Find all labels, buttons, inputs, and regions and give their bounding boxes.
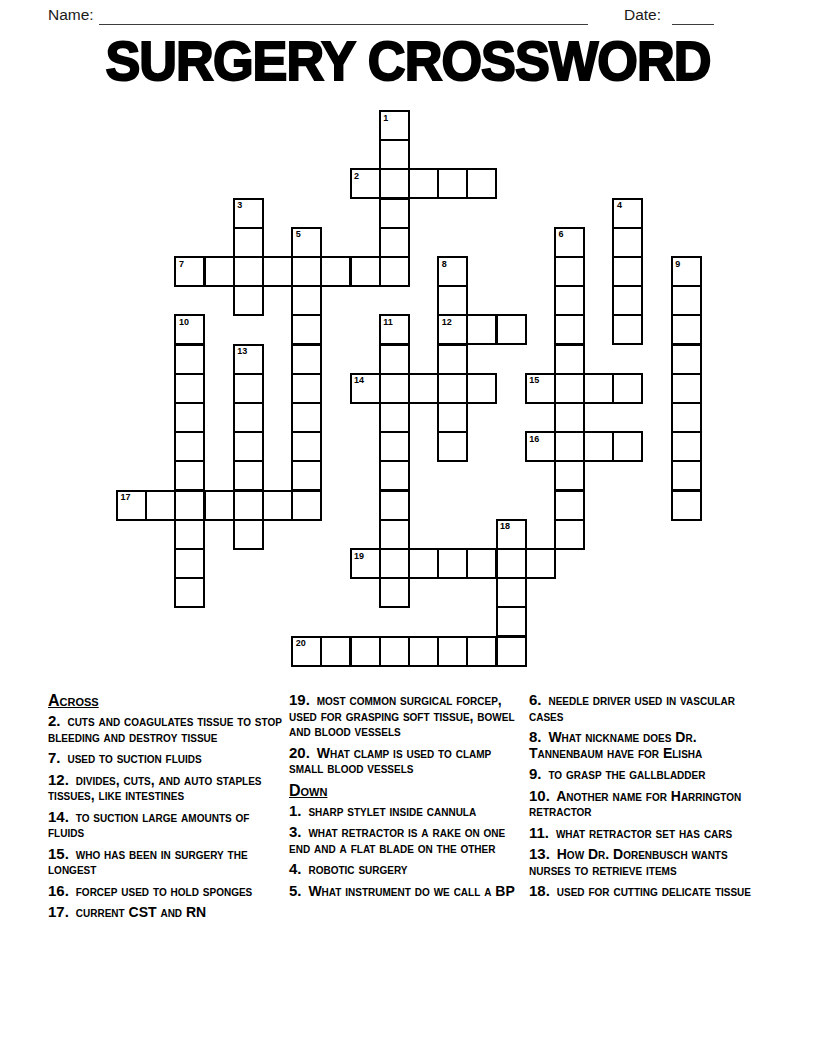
grid-cell-r11c6[interactable]: [291, 431, 322, 462]
clue-column-1: Across2. cuts and coagulates tissue to s…: [48, 692, 286, 926]
grid-cell-r9c4[interactable]: [233, 373, 264, 404]
grid-cell-r15c8[interactable]: 19: [350, 548, 381, 579]
cell-number: 5: [296, 229, 301, 239]
grid-cell-r18c10[interactable]: [408, 636, 439, 667]
date-label: Date:: [624, 6, 661, 24]
grid-cell-r16c13[interactable]: [496, 577, 527, 608]
grid-cell-r8c19[interactable]: [671, 344, 702, 375]
grid-cell-r12c15[interactable]: [554, 460, 585, 491]
grid-cell-r9c6[interactable]: [291, 373, 322, 404]
cell-number: 3: [237, 200, 242, 210]
grid-cell-r13c19[interactable]: [671, 490, 702, 521]
cell-number: 13: [237, 346, 247, 356]
grid-cell-r14c13[interactable]: 18: [496, 519, 527, 550]
grid-cell-r15c10[interactable]: [408, 548, 439, 579]
grid-cell-r18c7[interactable]: [320, 636, 351, 667]
clue-column-3: 6. needle driver used in vascular cases8…: [529, 692, 767, 905]
grid-cell-r2c12[interactable]: [466, 168, 497, 199]
name-input-line[interactable]: [99, 9, 588, 25]
cell-number: 7: [179, 259, 184, 269]
clue-15: 15. who has been in surgery the longest: [48, 846, 286, 878]
grid-cell-r15c13[interactable]: [496, 548, 527, 579]
clue-text: current CST and RN: [72, 904, 206, 920]
grid-cell-r8c6[interactable]: [291, 344, 322, 375]
grid-cell-r7c19[interactable]: [671, 314, 702, 345]
clue-text: What nickname does Dr. Tannenbaum have f…: [529, 729, 702, 761]
clue-number: 1.: [289, 802, 302, 819]
page-title: SURGERY CROSSWORD: [20, 30, 795, 92]
grid-cell-r6c19[interactable]: [671, 285, 702, 316]
grid-cell-r10c4[interactable]: [233, 402, 264, 433]
cell-number: 10: [179, 317, 189, 327]
cell-number: 20: [296, 638, 306, 648]
grid-cell-r4c6[interactable]: 5: [291, 227, 322, 258]
grid-cell-r16c2[interactable]: [174, 577, 205, 608]
grid-cell-r11c19[interactable]: [671, 431, 702, 462]
grid-cell-r13c9[interactable]: [379, 490, 410, 521]
cell-number: 4: [617, 200, 622, 210]
grid-cell-r11c4[interactable]: [233, 431, 264, 462]
grid-cell-r2c8[interactable]: 2: [350, 168, 381, 199]
grid-cell-r13c3[interactable]: [204, 490, 235, 521]
clue-9: 9. to grasp the gallbladder: [529, 766, 767, 783]
grid-cell-r13c4[interactable]: [233, 490, 264, 521]
grid-cell-r10c19[interactable]: [671, 402, 702, 433]
grid-cell-r8c9[interactable]: [379, 344, 410, 375]
grid-cell-r4c17[interactable]: [612, 227, 643, 258]
grid-cell-r18c8[interactable]: [350, 636, 381, 667]
clue-number: 2.: [48, 712, 61, 729]
grid-cell-r5c9[interactable]: [379, 256, 410, 287]
grid-cell-r5c2[interactable]: 7: [174, 256, 205, 287]
clue-text: most common surgical forcep, used for gr…: [289, 692, 515, 739]
grid-cell-r7c11[interactable]: 12: [437, 314, 468, 345]
clue-10: 10. Another name for Harrington retracto…: [529, 788, 767, 820]
grid-cell-r7c2[interactable]: 10: [174, 314, 205, 345]
grid-cell-r8c4[interactable]: 13: [233, 344, 264, 375]
clue-7: 7. used to suction fluids: [48, 750, 286, 767]
clue-number: 12.: [48, 771, 69, 788]
grid-cell-r5c15[interactable]: [554, 256, 585, 287]
grid-cell-r14c2[interactable]: [174, 519, 205, 550]
clue-text: What clamp is used to clamp small blood …: [289, 745, 491, 777]
grid-cell-r13c5[interactable]: [262, 490, 293, 521]
grid-cell-r9c19[interactable]: [671, 373, 702, 404]
grid-cell-r8c11[interactable]: [437, 344, 468, 375]
grid-cell-r18c9[interactable]: [379, 636, 410, 667]
cell-number: 1: [383, 113, 388, 123]
grid-cell-r15c12[interactable]: [466, 548, 497, 579]
grid-cell-r11c17[interactable]: [612, 431, 643, 462]
grid-cell-r8c2[interactable]: [174, 344, 205, 375]
grid-cell-r18c12[interactable]: [466, 636, 497, 667]
clue-text: sharp stylet inside cannula: [305, 803, 477, 819]
clue-text: cuts and coagulates tissue to stop bleed…: [48, 713, 282, 745]
grid-cell-r8c15[interactable]: [554, 344, 585, 375]
clue-number: 9.: [529, 765, 542, 782]
clue-number: 19.: [289, 691, 310, 708]
grid-cell-r11c15[interactable]: [554, 431, 585, 462]
clue-number: 17.: [48, 903, 69, 920]
grid-cell-r10c11[interactable]: [437, 402, 468, 433]
grid-cell-r9c16[interactable]: [583, 373, 614, 404]
grid-cell-r0c9[interactable]: 1: [379, 110, 410, 141]
clue-text: what retractor is a rake on one end and …: [289, 824, 505, 856]
cell-number: 6: [559, 229, 564, 239]
grid-cell-r13c6[interactable]: [291, 490, 322, 521]
grid-cell-r10c9[interactable]: [379, 402, 410, 433]
grid-cell-r18c6[interactable]: 20: [291, 636, 322, 667]
clue-1: 1. sharp stylet inside cannula: [289, 803, 527, 820]
grid-cell-r6c6[interactable]: [291, 285, 322, 316]
grid-cell-r7c15[interactable]: [554, 314, 585, 345]
clue-number: 16.: [48, 882, 69, 899]
cell-number: 8: [442, 259, 447, 269]
clue-number: 5.: [289, 882, 302, 899]
cell-number: 19: [354, 551, 364, 561]
crossword-grid: 1234567891011121314151617181920: [116, 110, 704, 669]
grid-cell-r15c14[interactable]: [525, 548, 556, 579]
clue-3: 3. what retractor is a rake on one end a…: [289, 824, 527, 856]
clue-number: 20.: [289, 744, 310, 761]
clue-column-2: 19. most common surgical forcep, used fo…: [289, 692, 527, 904]
grid-cell-r4c9[interactable]: [379, 227, 410, 258]
grid-cell-r14c9[interactable]: [379, 519, 410, 550]
clue-number: 14.: [48, 808, 69, 825]
grid-cell-r2c10[interactable]: [408, 168, 439, 199]
clue-text: needle driver used in vascular cases: [529, 692, 735, 724]
grid-cell-r11c2[interactable]: [174, 431, 205, 462]
grid-cell-r6c17[interactable]: [612, 285, 643, 316]
grid-cell-r15c9[interactable]: [379, 548, 410, 579]
cell-number: 12: [442, 317, 452, 327]
clue-6: 6. needle driver used in vascular cases: [529, 692, 767, 724]
grid-cell-r15c2[interactable]: [174, 548, 205, 579]
grid-cell-r9c14[interactable]: 15: [525, 373, 556, 404]
cell-number: 15: [529, 375, 539, 385]
grid-cell-r18c13[interactable]: [496, 636, 527, 667]
cell-number: 18: [500, 521, 510, 531]
grid-cell-r14c4[interactable]: [233, 519, 264, 550]
grid-cell-r17c13[interactable]: [496, 606, 527, 637]
down-header: Down: [289, 782, 527, 799]
clue-8: 8. What nickname does Dr. Tannenbaum hav…: [529, 729, 767, 761]
grid-cell-r9c12[interactable]: [466, 373, 497, 404]
grid-cell-r12c2[interactable]: [174, 460, 205, 491]
grid-cell-r13c1[interactable]: [145, 490, 176, 521]
cell-number: 14: [354, 375, 364, 385]
grid-cell-r9c11[interactable]: [437, 373, 468, 404]
clue-text: who has been in surgery the longest: [48, 846, 248, 878]
grid-cell-r12c4[interactable]: [233, 460, 264, 491]
grid-cell-r12c9[interactable]: [379, 460, 410, 491]
grid-cell-r5c17[interactable]: [612, 256, 643, 287]
clue-4: 4. robotic surgery: [289, 861, 527, 878]
grid-cell-r9c8[interactable]: 14: [350, 373, 381, 404]
grid-cell-r6c11[interactable]: [437, 285, 468, 316]
grid-cell-r5c19[interactable]: 9: [671, 256, 702, 287]
grid-cell-r2c11[interactable]: [437, 168, 468, 199]
grid-cell-r4c15[interactable]: 6: [554, 227, 585, 258]
clue-text: divides, cuts, and auto staples tissues,…: [48, 772, 262, 804]
grid-cell-r10c6[interactable]: [291, 402, 322, 433]
clue-text: used to suction fluids: [64, 750, 202, 766]
clue-number: 13.: [529, 845, 550, 862]
grid-cell-r15c11[interactable]: [437, 548, 468, 579]
clue-text: robotic surgery: [305, 861, 408, 877]
grid-cell-r5c4[interactable]: [233, 256, 264, 287]
clue-number: 10.: [529, 787, 550, 804]
grid-cell-r16c9[interactable]: [379, 577, 410, 608]
cell-number: 16: [529, 434, 539, 444]
clue-13: 13. How Dr. Dorenbusch wants nurses to r…: [529, 846, 767, 878]
grid-cell-r13c0[interactable]: 17: [116, 490, 147, 521]
clue-number: 8.: [529, 728, 542, 745]
grid-cell-r5c5[interactable]: [262, 256, 293, 287]
cell-number: 11: [383, 317, 393, 327]
clue-5: 5. What instrument do we call a BP: [289, 883, 527, 900]
clue-text: to suction large amounts of fluids: [48, 809, 249, 841]
grid-cell-r10c15[interactable]: [554, 402, 585, 433]
clue-text: How Dr. Dorenbusch wants nurses to retri…: [529, 846, 728, 878]
grid-cell-r13c15[interactable]: [554, 490, 585, 521]
grid-cell-r3c17[interactable]: 4: [612, 198, 643, 229]
grid-cell-r9c17[interactable]: [612, 373, 643, 404]
grid-cell-r7c6[interactable]: [291, 314, 322, 345]
grid-cell-r14c15[interactable]: [554, 519, 585, 550]
grid-cell-r13c2[interactable]: [174, 490, 205, 521]
grid-cell-r1c9[interactable]: [379, 139, 410, 170]
cell-number: 17: [121, 492, 131, 502]
grid-cell-r6c15[interactable]: [554, 285, 585, 316]
grid-cell-r3c4[interactable]: 3: [233, 198, 264, 229]
grid-cell-r5c3[interactable]: [204, 256, 235, 287]
clue-20: 20. What clamp is used to clamp small bl…: [289, 745, 527, 777]
clue-14: 14. to suction large amounts of fluids: [48, 809, 286, 841]
grid-cell-r11c16[interactable]: [583, 431, 614, 462]
clue-number: 11.: [529, 824, 549, 841]
clue-text: forcep used to hold sponges: [72, 883, 252, 899]
clue-number: 3.: [289, 823, 302, 840]
clue-text: Another name for Harrington retractor: [529, 788, 741, 820]
grid-cell-r7c17[interactable]: [612, 314, 643, 345]
grid-cell-r6c4[interactable]: [233, 285, 264, 316]
grid-cell-r7c12[interactable]: [466, 314, 497, 345]
clue-number: 18.: [529, 882, 550, 899]
cell-number: 2: [354, 171, 359, 181]
grid-cell-r7c13[interactable]: [496, 314, 527, 345]
grid-cell-r12c19[interactable]: [671, 460, 702, 491]
grid-cell-r3c9[interactable]: [379, 198, 410, 229]
grid-cell-r12c6[interactable]: [291, 460, 322, 491]
clue-11: 11. what retractor set has cars: [529, 825, 767, 842]
clue-text: What instrument do we call a BP: [305, 883, 515, 899]
grid-cell-r9c15[interactable]: [554, 373, 585, 404]
clue-19: 19. most common surgical forcep, used fo…: [289, 692, 527, 740]
grid-cell-r10c2[interactable]: [174, 402, 205, 433]
clue-number: 4.: [289, 860, 302, 877]
grid-cell-r5c7[interactable]: [320, 256, 351, 287]
clue-2: 2. cuts and coagulates tissue to stop bl…: [48, 713, 286, 745]
grid-cell-r4c4[interactable]: [233, 227, 264, 258]
grid-cell-r11c9[interactable]: [379, 431, 410, 462]
clue-number: 7.: [48, 749, 61, 766]
clue-text: used for cutting delicate tissue: [553, 883, 751, 899]
clue-16: 16. forcep used to hold sponges: [48, 883, 286, 900]
grid-cell-r2c9[interactable]: [379, 168, 410, 199]
grid-cell-r9c10[interactable]: [408, 373, 439, 404]
grid-cell-r18c11[interactable]: [437, 636, 468, 667]
clue-text: to grasp the gallbladder: [545, 766, 706, 782]
grid-cell-r7c9[interactable]: 11: [379, 314, 410, 345]
clue-12: 12. divides, cuts, and auto staples tiss…: [48, 772, 286, 804]
name-label: Name:: [48, 6, 94, 24]
clue-17: 17. current CST and RN: [48, 904, 286, 921]
clue-18: 18. used for cutting delicate tissue: [529, 883, 767, 900]
grid-cell-r11c11[interactable]: [437, 431, 468, 462]
clue-number: 15.: [48, 845, 69, 862]
grid-cell-r5c6[interactable]: [291, 256, 322, 287]
grid-cell-r9c2[interactable]: [174, 373, 205, 404]
grid-cell-r5c11[interactable]: 8: [437, 256, 468, 287]
grid-cell-r11c14[interactable]: 16: [525, 431, 556, 462]
across-header: Across: [48, 692, 286, 709]
clue-text: what retractor set has cars: [552, 825, 732, 841]
grid-cell-r5c8[interactable]: [350, 256, 381, 287]
cell-number: 9: [675, 259, 680, 269]
clue-number: 6.: [529, 691, 542, 708]
date-input-line[interactable]: [672, 9, 714, 25]
grid-cell-r9c9[interactable]: [379, 373, 410, 404]
